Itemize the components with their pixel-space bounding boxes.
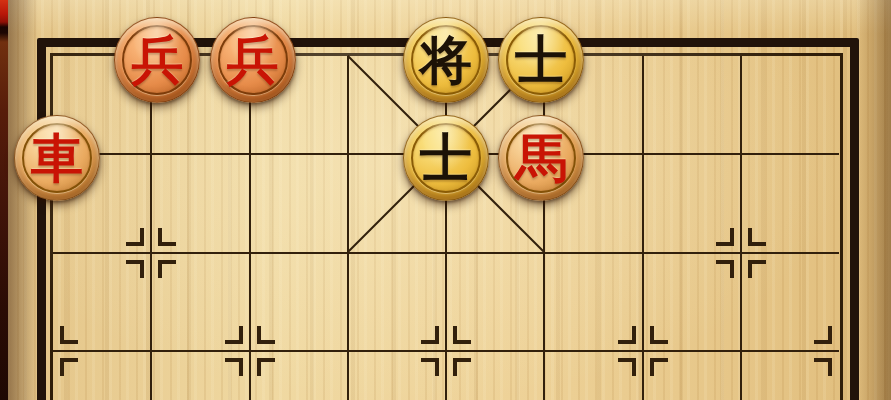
- point-marker-corner: [748, 228, 766, 246]
- point-marker-corner: [257, 326, 275, 344]
- grid-file-line: [150, 56, 152, 400]
- point-marker-corner: [126, 260, 144, 278]
- point-marker-corner: [618, 358, 636, 376]
- point-marker-corner: [650, 326, 668, 344]
- grid-file-line: [740, 56, 742, 400]
- point-marker-corner: [225, 358, 243, 376]
- point-marker-corner: [748, 260, 766, 278]
- grid-file-line: [543, 56, 545, 400]
- piece-character: 士: [420, 132, 472, 184]
- piece-character: 兵: [227, 34, 279, 86]
- piece-character: 車: [31, 132, 83, 184]
- piece-red-chariot[interactable]: 車: [14, 115, 100, 201]
- piece-red-soldier[interactable]: 兵: [114, 17, 200, 103]
- point-marker-corner: [453, 358, 471, 376]
- piece-character: 士: [515, 34, 567, 86]
- point-marker-corner: [421, 326, 439, 344]
- piece-character: 兵: [131, 34, 183, 86]
- grid-file-line: [445, 56, 447, 400]
- point-marker-corner: [453, 326, 471, 344]
- point-marker-corner: [716, 260, 734, 278]
- point-marker-corner: [60, 358, 78, 376]
- point-marker-corner: [814, 326, 832, 344]
- point-marker-corner: [650, 358, 668, 376]
- xiangqi-board[interactable]: 兵兵将士車士馬: [0, 0, 891, 400]
- point-marker-corner: [126, 228, 144, 246]
- grid-file-line: [249, 56, 251, 400]
- grid-rank-line: [53, 252, 839, 254]
- point-marker-corner: [618, 326, 636, 344]
- point-marker-corner: [225, 326, 243, 344]
- piece-black-advisor[interactable]: 士: [498, 17, 584, 103]
- point-marker-corner: [814, 358, 832, 376]
- point-marker-corner: [421, 358, 439, 376]
- point-marker-corner: [716, 228, 734, 246]
- grid-file-line: [642, 56, 644, 400]
- piece-red-horse[interactable]: 馬: [498, 115, 584, 201]
- xiangqi-app-screenshot: 兵兵将士車士馬: [0, 0, 891, 400]
- piece-black-general[interactable]: 将: [403, 17, 489, 103]
- point-marker-corner: [257, 358, 275, 376]
- point-marker-corner: [158, 228, 176, 246]
- point-marker-corner: [158, 260, 176, 278]
- piece-character: 将: [420, 34, 472, 86]
- piece-black-advisor[interactable]: 士: [403, 115, 489, 201]
- grid-file-line: [347, 56, 349, 400]
- grid-rank-line: [53, 350, 839, 352]
- piece-red-soldier[interactable]: 兵: [210, 17, 296, 103]
- point-marker-corner: [60, 326, 78, 344]
- piece-character: 馬: [515, 132, 567, 184]
